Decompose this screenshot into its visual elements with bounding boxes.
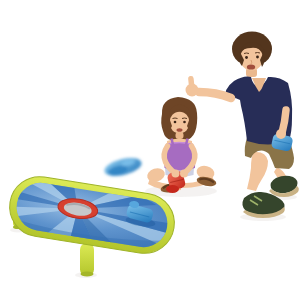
bean-bag-toss-scene: [0, 0, 300, 300]
boy-back-shoe: [269, 176, 299, 197]
girl-player: [145, 97, 217, 194]
boy-throwing-arm: [186, 76, 232, 98]
boy-head: [232, 32, 272, 71]
boy-front-leg: [247, 152, 268, 191]
product-photo: [0, 0, 300, 300]
toss-board: [5, 171, 178, 276]
board-leg-front: [80, 243, 94, 276]
bean-bag-in-flight: [103, 155, 144, 180]
